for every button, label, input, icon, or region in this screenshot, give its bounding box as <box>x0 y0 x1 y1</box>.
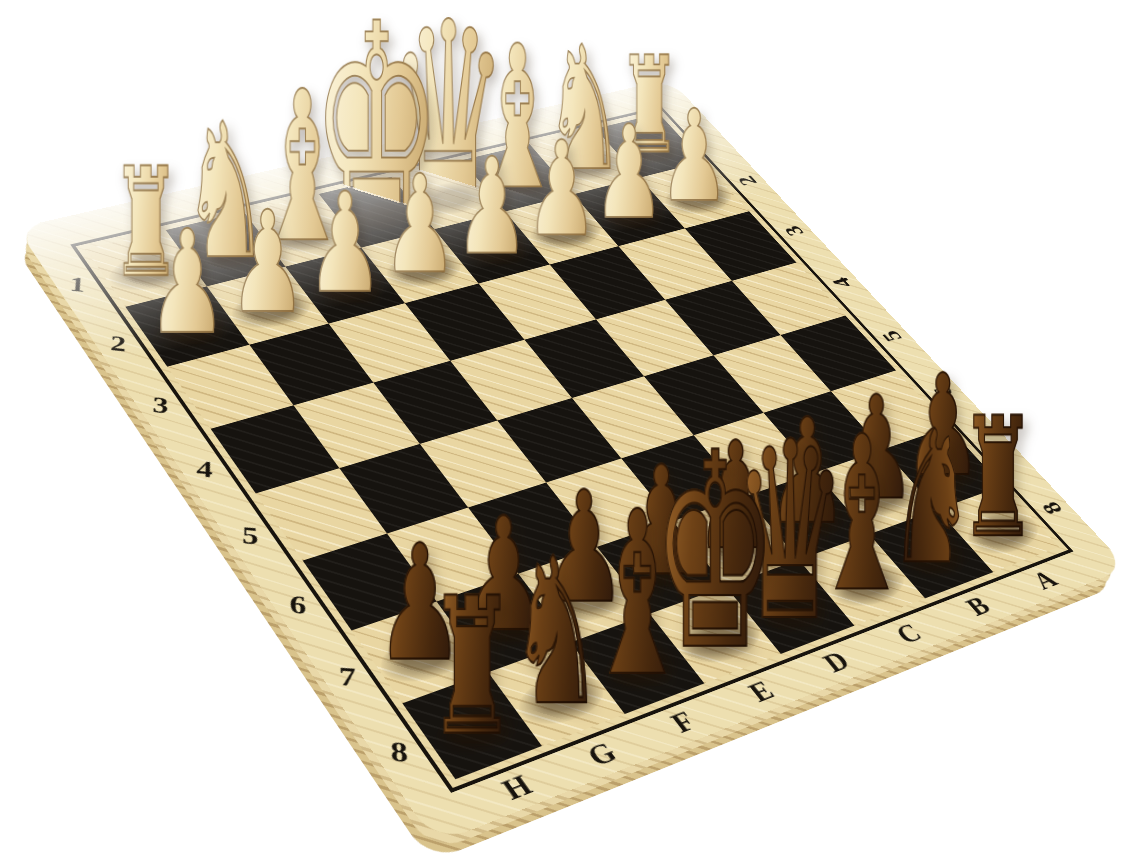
board-surface: 12345678 2345678 HGFEDCBA ♜♞♝♚♛♝♞♜♟♟♟♟♟♟… <box>16 79 1128 844</box>
chess-board: 12345678 2345678 HGFEDCBA ♜♞♝♚♛♝♞♜♟♟♟♟♟♟… <box>16 79 1128 844</box>
board-photo: 12345678 2345678 HGFEDCBA ♜♞♝♚♛♝♞♜♟♟♟♟♟♟… <box>0 0 1140 855</box>
